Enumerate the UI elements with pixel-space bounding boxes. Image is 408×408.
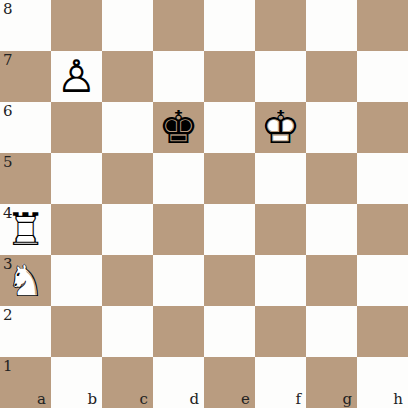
- square-a7[interactable]: 7: [0, 51, 51, 102]
- square-e6[interactable]: [204, 102, 255, 153]
- square-f8[interactable]: [255, 0, 306, 51]
- square-d7[interactable]: [153, 51, 204, 102]
- square-e2[interactable]: [204, 306, 255, 357]
- white-knight[interactable]: ♞♘: [0, 255, 51, 306]
- rank-label-5: 5: [3, 155, 13, 170]
- square-d5[interactable]: [153, 153, 204, 204]
- square-g3[interactable]: [306, 255, 357, 306]
- square-d6[interactable]: ♚: [153, 102, 204, 153]
- square-h3[interactable]: [357, 255, 408, 306]
- square-c3[interactable]: [102, 255, 153, 306]
- square-b3[interactable]: [51, 255, 102, 306]
- square-c8[interactable]: [102, 0, 153, 51]
- square-f5[interactable]: [255, 153, 306, 204]
- square-b4[interactable]: [51, 204, 102, 255]
- square-h2[interactable]: [357, 306, 408, 357]
- rank-label-1: 1: [3, 359, 13, 374]
- rank-label-6: 6: [3, 104, 13, 119]
- square-b5[interactable]: [51, 153, 102, 204]
- rank-label-7: 7: [3, 53, 13, 68]
- square-g5[interactable]: [306, 153, 357, 204]
- white-knight-glyph: ♘: [0, 255, 51, 306]
- file-label-f: f: [295, 392, 301, 407]
- square-d4[interactable]: [153, 204, 204, 255]
- square-f3[interactable]: [255, 255, 306, 306]
- file-label-g: g: [342, 392, 352, 407]
- black-king[interactable]: ♚: [153, 102, 204, 153]
- square-h4[interactable]: [357, 204, 408, 255]
- square-a1[interactable]: 1a: [0, 357, 51, 408]
- square-g8[interactable]: [306, 0, 357, 51]
- square-c4[interactable]: [102, 204, 153, 255]
- square-f7[interactable]: [255, 51, 306, 102]
- white-pawn[interactable]: ♟♙: [51, 51, 102, 102]
- square-a6[interactable]: 6: [0, 102, 51, 153]
- chess-board: 87♟♙6♚♚♔54♜♖3♞♘21abcdefgh: [0, 0, 408, 408]
- rank-label-8: 8: [3, 2, 13, 17]
- square-a5[interactable]: 5: [0, 153, 51, 204]
- file-label-h: h: [393, 392, 403, 407]
- square-c2[interactable]: [102, 306, 153, 357]
- square-g6[interactable]: [306, 102, 357, 153]
- square-h8[interactable]: [357, 0, 408, 51]
- square-a4[interactable]: 4♜♖: [0, 204, 51, 255]
- file-label-c: c: [140, 392, 148, 407]
- square-e4[interactable]: [204, 204, 255, 255]
- square-g4[interactable]: [306, 204, 357, 255]
- square-g7[interactable]: [306, 51, 357, 102]
- square-e3[interactable]: [204, 255, 255, 306]
- white-king[interactable]: ♚♔: [255, 102, 306, 153]
- square-g2[interactable]: [306, 306, 357, 357]
- square-c1[interactable]: c: [102, 357, 153, 408]
- square-h5[interactable]: [357, 153, 408, 204]
- square-d8[interactable]: [153, 0, 204, 51]
- white-king-glyph: ♔: [255, 102, 306, 153]
- square-b1[interactable]: b: [51, 357, 102, 408]
- square-a2[interactable]: 2: [0, 306, 51, 357]
- square-c5[interactable]: [102, 153, 153, 204]
- square-e8[interactable]: [204, 0, 255, 51]
- white-rook-glyph: ♖: [0, 204, 51, 255]
- square-f6[interactable]: ♚♔: [255, 102, 306, 153]
- square-h6[interactable]: [357, 102, 408, 153]
- file-label-d: d: [189, 392, 199, 407]
- square-a8[interactable]: 8: [0, 0, 51, 51]
- square-e7[interactable]: [204, 51, 255, 102]
- square-f4[interactable]: [255, 204, 306, 255]
- square-g1[interactable]: g: [306, 357, 357, 408]
- square-f1[interactable]: f: [255, 357, 306, 408]
- square-c7[interactable]: [102, 51, 153, 102]
- white-rook[interactable]: ♜♖: [0, 204, 51, 255]
- square-a3[interactable]: 3♞♘: [0, 255, 51, 306]
- file-label-e: e: [241, 392, 250, 407]
- file-label-b: b: [87, 392, 97, 407]
- square-b8[interactable]: [51, 0, 102, 51]
- square-c6[interactable]: [102, 102, 153, 153]
- square-d1[interactable]: d: [153, 357, 204, 408]
- square-e5[interactable]: [204, 153, 255, 204]
- square-b7[interactable]: ♟♙: [51, 51, 102, 102]
- black-king-glyph: ♚: [153, 102, 204, 153]
- square-h1[interactable]: h: [357, 357, 408, 408]
- square-h7[interactable]: [357, 51, 408, 102]
- file-label-a: a: [37, 392, 46, 407]
- square-b6[interactable]: [51, 102, 102, 153]
- white-pawn-glyph: ♙: [51, 51, 102, 102]
- square-e1[interactable]: e: [204, 357, 255, 408]
- square-b2[interactable]: [51, 306, 102, 357]
- square-d2[interactable]: [153, 306, 204, 357]
- square-f2[interactable]: [255, 306, 306, 357]
- rank-label-2: 2: [3, 308, 13, 323]
- square-d3[interactable]: [153, 255, 204, 306]
